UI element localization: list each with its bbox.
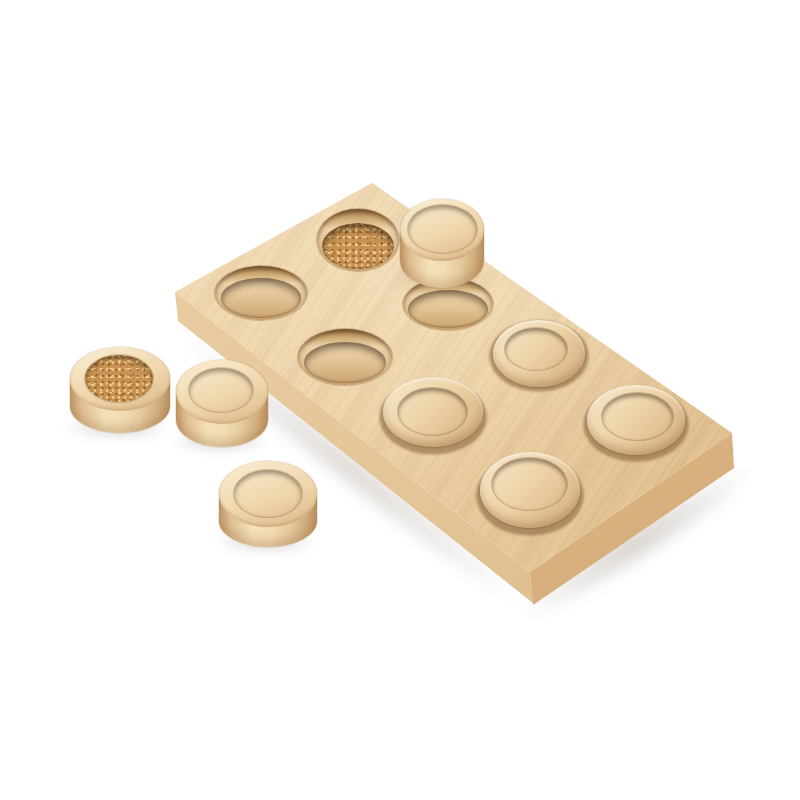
green-felt-disc-face: [505, 328, 567, 370]
cork-texture: [322, 223, 394, 269]
white-smooth-disc-face: [602, 393, 673, 440]
purple-velvet-disc-face: [408, 205, 477, 253]
rust-felt-loose-disc-face: [234, 470, 302, 517]
scene-tactile-matching-game: [0, 0, 800, 800]
cork-disc-face: [85, 355, 153, 402]
black-velvet-disc-face: [492, 458, 567, 510]
purple-velvet-texture: [408, 290, 487, 328]
recess-green-felt[interactable]: [215, 266, 307, 320]
green-felt-loose-disc-face: [189, 368, 253, 412]
recess-cork[interactable]: [317, 209, 399, 271]
green-felt-texture: [221, 278, 302, 318]
rust-felt-texture: [304, 342, 387, 383]
cream-weave-disc-face: [398, 388, 467, 435]
recess-rust-felt[interactable]: [298, 329, 392, 385]
